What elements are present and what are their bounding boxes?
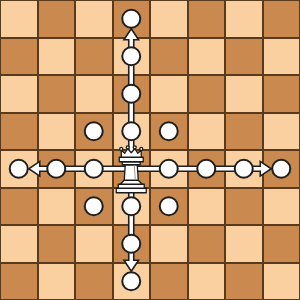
move-dot-h4 xyxy=(272,160,290,178)
move-dot-e4 xyxy=(160,160,178,178)
crowned-rook-icon-part xyxy=(120,147,123,150)
move-dot-d5 xyxy=(122,122,140,140)
move-arrow-left xyxy=(29,161,132,176)
move-dot-b4 xyxy=(47,160,65,178)
dragon-king-move-diagram xyxy=(0,0,300,300)
move-dot-d2 xyxy=(122,235,140,253)
crowned-rook-icon-part xyxy=(126,146,129,149)
move-dot-c3 xyxy=(85,197,103,215)
move-dot-a4 xyxy=(10,160,28,178)
crowned-rook-icon-part xyxy=(119,157,143,162)
crowned-rook-icon-part xyxy=(124,165,138,181)
crowned-rook-icon-part xyxy=(140,147,143,150)
move-dot-g4 xyxy=(235,160,253,178)
move-dot-e5 xyxy=(160,122,178,140)
move-overlay xyxy=(0,0,300,300)
move-dot-f4 xyxy=(197,160,215,178)
move-dot-d1 xyxy=(122,272,140,290)
move-dot-d8 xyxy=(122,10,140,28)
crowned-rook-icon-part xyxy=(116,188,146,193)
move-dot-c5 xyxy=(85,122,103,140)
crowned-rook-icon-part xyxy=(133,146,136,149)
move-dot-e3 xyxy=(160,197,178,215)
move-dot-d7 xyxy=(122,47,140,65)
move-dot-d3 xyxy=(122,197,140,215)
move-dot-c4 xyxy=(85,160,103,178)
move-dot-d6 xyxy=(122,85,140,103)
